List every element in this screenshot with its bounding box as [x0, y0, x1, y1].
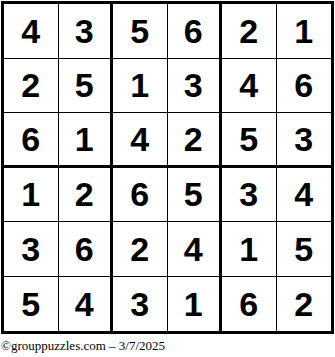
cell-r6c5: 6	[222, 277, 277, 332]
cell-r2c2: 5	[59, 59, 114, 114]
cell-r4c1: 1	[4, 168, 59, 223]
cell-r5c1: 3	[4, 222, 59, 277]
cell-r3c2: 1	[59, 113, 114, 168]
copyright-text: ©grouppuzzles.com – 3/7/2025	[1, 338, 334, 356]
cell-r2c3: 1	[113, 59, 168, 114]
cell-r3c4: 2	[168, 113, 223, 168]
cell-r1c5: 2	[222, 4, 277, 59]
cell-r2c4: 3	[168, 59, 223, 114]
cell-r3c6: 3	[277, 113, 332, 168]
cell-r6c2: 4	[59, 277, 114, 332]
cell-r5c3: 2	[113, 222, 168, 277]
cell-r4c3: 6	[113, 168, 168, 223]
sudoku-board: 435621251346614253126534362415543162	[1, 1, 334, 334]
cell-r1c3: 5	[113, 4, 168, 59]
cell-r6c4: 1	[168, 277, 223, 332]
cell-r2c6: 6	[277, 59, 332, 114]
cell-r4c6: 4	[277, 168, 332, 223]
sudoku-page: 435621251346614253126534362415543162 ©gr…	[0, 0, 335, 357]
cell-r1c6: 1	[277, 4, 332, 59]
cell-r2c5: 4	[222, 59, 277, 114]
cell-r2c1: 2	[4, 59, 59, 114]
cell-r3c5: 5	[222, 113, 277, 168]
cell-r1c2: 3	[59, 4, 114, 59]
cell-r1c4: 6	[168, 4, 223, 59]
cell-r3c1: 6	[4, 113, 59, 168]
cell-r4c5: 3	[222, 168, 277, 223]
cell-r6c6: 2	[277, 277, 332, 332]
cell-r4c2: 2	[59, 168, 114, 223]
cell-r3c3: 4	[113, 113, 168, 168]
cell-r6c3: 3	[113, 277, 168, 332]
cell-r5c2: 6	[59, 222, 114, 277]
cell-r4c4: 5	[168, 168, 223, 223]
cell-r5c6: 5	[277, 222, 332, 277]
cell-r1c1: 4	[4, 4, 59, 59]
cell-r6c1: 5	[4, 277, 59, 332]
cell-r5c4: 4	[168, 222, 223, 277]
cell-r5c5: 1	[222, 222, 277, 277]
